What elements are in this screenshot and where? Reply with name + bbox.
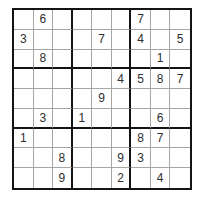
cell-r5c6[interactable] [112,89,132,109]
cell-r2c4[interactable] [73,30,93,50]
cell-r2c9[interactable]: 5 [170,30,190,50]
cell-r8c4[interactable] [73,148,93,168]
cell-r3c5[interactable] [92,50,112,70]
given-digit: 7 [157,131,164,145]
given-digit: 5 [137,72,144,86]
cell-r7c8[interactable]: 7 [151,129,171,149]
cell-r8c2[interactable] [34,148,54,168]
given-digit: 8 [39,51,46,65]
given-digit: 3 [39,111,46,125]
given-digit: 1 [20,131,27,145]
cell-r6c2[interactable]: 3 [34,109,54,129]
cell-r8c5[interactable] [92,148,112,168]
cell-r2c5[interactable]: 7 [92,30,112,50]
given-digit: 1 [79,111,86,125]
cell-r6c3[interactable] [53,109,73,129]
cell-r4c1[interactable] [14,69,34,89]
cell-r5c7[interactable] [131,89,151,109]
cell-r6c8[interactable]: 6 [151,109,171,129]
cell-r9c3[interactable]: 9 [53,168,73,188]
cell-r1c6[interactable] [112,10,132,30]
cell-r1c8[interactable] [151,10,171,30]
cell-r6c1[interactable] [14,109,34,129]
cell-r5c9[interactable] [170,89,190,109]
cell-r9c7[interactable] [131,168,151,188]
cell-r7c9[interactable] [170,129,190,149]
cell-r9c1[interactable] [14,168,34,188]
cell-r6c5[interactable] [92,109,112,129]
cell-r9c8[interactable]: 4 [151,168,171,188]
cell-r3c3[interactable] [53,50,73,70]
cell-r4c2[interactable] [34,69,54,89]
cell-r8c9[interactable] [170,148,190,168]
cell-r4c6[interactable]: 4 [112,69,132,89]
cell-r2c1[interactable]: 3 [14,30,34,50]
given-digit: 5 [177,32,184,46]
cell-r3c6[interactable] [112,50,132,70]
cell-r4c9[interactable]: 7 [170,69,190,89]
given-digit: 7 [137,12,144,26]
given-digit: 8 [137,131,144,145]
cell-r2c3[interactable] [53,30,73,50]
cell-r7c4[interactable] [73,129,93,149]
cell-r5c4[interactable] [73,89,93,109]
cell-r7c5[interactable] [92,129,112,149]
cell-r4c3[interactable] [53,69,73,89]
cell-r8c7[interactable]: 3 [131,148,151,168]
cell-r8c3[interactable]: 8 [53,148,73,168]
given-digit: 3 [137,151,144,165]
given-digit: 7 [177,72,184,86]
given-digit: 4 [157,171,164,185]
cell-r2c2[interactable] [34,30,54,50]
given-digit: 6 [39,12,46,26]
given-digit: 7 [98,32,105,46]
cell-r5c8[interactable] [151,89,171,109]
cell-r7c6[interactable] [112,129,132,149]
cell-r5c2[interactable] [34,89,54,109]
cell-r9c6[interactable]: 2 [112,168,132,188]
given-digit: 8 [157,72,164,86]
cell-r8c6[interactable]: 9 [112,148,132,168]
cell-r2c6[interactable] [112,30,132,50]
cell-r1c5[interactable] [92,10,112,30]
given-digit: 9 [59,171,66,185]
cell-r2c8[interactable] [151,30,171,50]
cell-r1c1[interactable] [14,10,34,30]
given-digit: 4 [137,32,144,46]
cell-r5c1[interactable] [14,89,34,109]
cell-r9c2[interactable] [34,168,54,188]
given-digit: 2 [117,171,124,185]
cell-r3c7[interactable] [131,50,151,70]
cell-r7c7[interactable]: 8 [131,129,151,149]
cell-r9c9[interactable] [170,168,190,188]
cell-r6c6[interactable] [112,109,132,129]
given-digit: 6 [157,111,164,125]
given-digit: 9 [98,91,105,105]
cell-r1c4[interactable] [73,10,93,30]
cell-r3c1[interactable] [14,50,34,70]
cell-r7c1[interactable]: 1 [14,129,34,149]
cell-r3c2[interactable]: 8 [34,50,54,70]
cell-r4c4[interactable] [73,69,93,89]
cell-r9c5[interactable] [92,168,112,188]
given-digit: 8 [59,151,66,165]
given-digit: 4 [117,72,124,86]
cell-r3c4[interactable] [73,50,93,70]
sudoku-board: 6737458145879316187893924 [12,8,192,190]
cell-r4c5[interactable] [92,69,112,89]
cell-r5c3[interactable] [53,89,73,109]
cell-r6c9[interactable] [170,109,190,129]
cell-r6c7[interactable] [131,109,151,129]
cell-r3c9[interactable] [170,50,190,70]
given-digit: 3 [20,32,27,46]
given-digit: 9 [117,151,124,165]
cell-r5c5[interactable]: 9 [92,89,112,109]
cell-r1c9[interactable] [170,10,190,30]
cell-r6c4[interactable]: 1 [73,109,93,129]
cell-r7c3[interactable] [53,129,73,149]
cell-r1c3[interactable] [53,10,73,30]
cell-r1c2[interactable]: 6 [34,10,54,30]
cell-r9c4[interactable] [73,168,93,188]
given-digit: 1 [157,51,164,65]
cell-r3c8[interactable]: 1 [151,50,171,70]
cell-r8c1[interactable] [14,148,34,168]
cell-r8c8[interactable] [151,148,171,168]
cell-r4c7[interactable]: 5 [131,69,151,89]
cell-r7c2[interactable] [34,129,54,149]
cell-r4c8[interactable]: 8 [151,69,171,89]
cell-r2c7[interactable]: 4 [131,30,151,50]
cell-r1c7[interactable]: 7 [131,10,151,30]
